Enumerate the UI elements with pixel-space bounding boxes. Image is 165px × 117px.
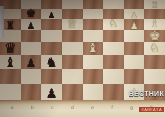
file-label: e [91,104,94,109]
board-square [103,84,124,100]
board-square [62,0,83,9]
board-square: ♟ [21,55,42,69]
board-square: ♟ [41,9,62,19]
white-queen: ♛ [67,18,78,30]
white-bishop: ♝ [87,42,98,55]
black-pawn: ♟ [26,58,36,70]
board-square [62,55,83,69]
file-label: d [71,104,74,109]
file-label: b [31,104,34,109]
black-queen: ♛ [4,41,17,55]
board-square [41,42,62,55]
board-square: ♟ [124,19,145,30]
board-square [83,30,104,42]
watermark: ВЕСТНИК КАВКАЗА [129,90,164,115]
board-square [0,69,21,84]
board-square [83,84,104,100]
board-square: ♚ [21,9,42,19]
board-square [103,55,124,69]
board-square [124,55,145,69]
board-square [21,30,42,42]
board-square: ♟ [41,84,62,100]
black-knight: ♞ [46,56,58,70]
board-square [41,30,62,42]
board-square [103,0,124,9]
board-square [41,19,62,30]
board-square [83,19,104,30]
black-bishop: ♝ [4,56,16,70]
watermark-subtitle: КАВКАЗА [139,107,164,112]
black-pawn: ♟ [48,11,56,19]
board-square [124,0,145,9]
white-pawn: ♟ [130,21,138,30]
board-square [83,0,104,9]
white-bishop: ♝ [150,19,160,30]
board-square [83,69,104,84]
white-pawn: ♟ [130,11,138,19]
board-square [124,30,145,42]
board-square [0,84,21,100]
black-king: ♚ [26,8,36,19]
board-square [124,42,145,55]
file-label: f [111,104,113,109]
board-square [83,9,104,19]
board-square: ♝ [144,19,165,30]
board-square [124,69,145,84]
white-rook: ♜ [151,1,159,10]
white-knight: ♞ [109,19,119,30]
black-rook: ♜ [6,20,15,30]
board-square [62,84,83,100]
board-square [21,84,42,100]
board-square: ♟ [21,19,42,30]
watermark-title: ВЕСТНИК [129,90,164,97]
board-square [62,9,83,19]
chessboard-photo: ♜♚♟♟♜♟♛♞♟♝♚♛♝♞♝♟♞♟♟ abcdefgh ВЕСТНИК КАВ… [0,0,165,117]
board-square: ♞ [41,55,62,69]
board-square [21,42,42,55]
board-square [103,30,124,42]
black-pawn: ♟ [46,87,58,100]
board-square [103,9,124,19]
white-king: ♚ [149,29,161,43]
board-square: ♛ [0,42,21,55]
board-square [21,0,42,9]
board-square: ♞ [103,19,124,30]
board-square: ♛ [62,19,83,30]
board-square [62,69,83,84]
board-square [103,42,124,55]
board-square [62,30,83,42]
board-square [62,42,83,55]
board-square: ♚ [144,30,165,42]
black-pawn: ♟ [27,21,35,30]
board-square [144,9,165,19]
board-square: ♜ [144,0,165,9]
file-label: a [11,104,14,109]
white-knight: ♞ [149,42,160,55]
board-square: ♝ [0,55,21,69]
board-square: ♞ [144,42,165,55]
chess-board: ♜♚♟♟♜♟♛♞♟♝♚♛♝♞♝♟♞♟♟ [0,0,165,100]
file-label: c [51,104,54,109]
board-square [144,69,165,84]
board-square [144,55,165,69]
background-object [0,6,4,38]
board-square [103,69,124,84]
board-square [41,0,62,9]
board-square: ♝ [83,42,104,55]
board-square [21,69,42,84]
board-square [83,55,104,69]
board-square: ♟ [124,9,145,19]
board-square [41,69,62,84]
